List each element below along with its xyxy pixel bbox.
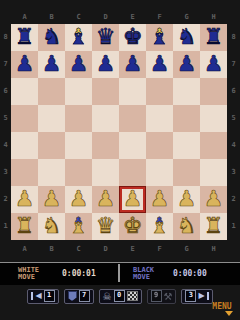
piece-white-pawn: ♟ [38, 186, 65, 213]
square-a7[interactable]: ♟ [11, 51, 38, 78]
hammer-count: 9 [151, 290, 162, 302]
piece-white-rook: ♜ [11, 213, 38, 240]
piece-black-pawn: ♟ [11, 51, 38, 78]
square-e4[interactable] [119, 132, 146, 159]
square-b1[interactable]: ♞ [38, 213, 65, 240]
piece-black-rook: ♜ [11, 24, 38, 51]
square-b6[interactable] [38, 78, 65, 105]
file-label: F [146, 13, 173, 21]
square-c7[interactable]: ♟ [65, 51, 92, 78]
square-b4[interactable] [38, 132, 65, 159]
piece-white-king: ♚ [119, 213, 146, 240]
rank-label: 4 [1, 132, 10, 159]
skip-forward-icon: ▶ [198, 291, 204, 301]
file-label: G [173, 13, 200, 21]
square-d8[interactable]: ♛ [92, 24, 119, 51]
hammer-button[interactable]: 9 ⚒ [147, 289, 177, 304]
square-d5[interactable] [92, 105, 119, 132]
menu-label: MENU [211, 302, 233, 311]
square-e8[interactable]: ♚ [119, 24, 146, 51]
square-h8[interactable]: ♜ [200, 24, 227, 51]
file-label: G [173, 245, 200, 253]
piece-white-pawn: ♟ [146, 186, 173, 213]
square-a1[interactable]: ♜ [11, 213, 38, 240]
square-g5[interactable] [173, 105, 200, 132]
file-label: E [119, 245, 146, 253]
piece-white-bishop: ♝ [146, 213, 173, 240]
square-g8[interactable]: ♞ [173, 24, 200, 51]
piece-white-queen: ♛ [92, 213, 119, 240]
square-f6[interactable] [146, 78, 173, 105]
square-a5[interactable] [11, 105, 38, 132]
square-f5[interactable] [146, 105, 173, 132]
black-clock: 0:00:00 [173, 269, 207, 278]
white-clock: 0:00:01 [62, 269, 96, 278]
square-h6[interactable] [200, 78, 227, 105]
square-f3[interactable] [146, 159, 173, 186]
file-label: E [119, 13, 146, 21]
skip-back-icon: ◀ [35, 291, 41, 301]
square-f2[interactable]: ♟ [146, 186, 173, 213]
square-b5[interactable] [38, 105, 65, 132]
skip-back-bar-icon [31, 292, 33, 300]
skull-icon: ☠ [103, 291, 112, 302]
square-f4[interactable] [146, 132, 173, 159]
checkered-flag-icon [127, 291, 138, 301]
square-c4[interactable] [65, 132, 92, 159]
rank-labels-left: 87654321 [1, 24, 10, 240]
square-c5[interactable] [65, 105, 92, 132]
square-g2[interactable]: ♟ [173, 186, 200, 213]
square-d2[interactable]: ♟ [92, 186, 119, 213]
square-a4[interactable] [11, 132, 38, 159]
piece-black-pawn: ♟ [38, 51, 65, 78]
rank-label: 8 [1, 24, 10, 51]
square-h1[interactable]: ♜ [200, 213, 227, 240]
square-f7[interactable]: ♟ [146, 51, 173, 78]
status-bar: WHITE MOVE 0:00:01 BLACK MOVE 0:00:00 [0, 262, 240, 285]
square-a3[interactable] [11, 159, 38, 186]
rank-label: 3 [1, 159, 10, 186]
menu-softkey[interactable]: MENU [211, 302, 233, 316]
piece-black-bishop: ♝ [146, 24, 173, 51]
piece-white-pawn: ♟ [119, 186, 146, 213]
rank-label: 6 [229, 78, 238, 105]
file-label: C [65, 13, 92, 21]
square-h3[interactable] [200, 159, 227, 186]
square-b7[interactable]: ♟ [38, 51, 65, 78]
hammer-icon: ⚒ [164, 291, 173, 302]
toolbar: ◀ 1 7 ☠ 0 9 ⚒ 3 ▶ [0, 288, 240, 304]
piece-black-rook: ♜ [200, 24, 227, 51]
rank-label: 8 [229, 24, 238, 51]
rank-label: 7 [1, 51, 10, 78]
piece-black-pawn: ♟ [92, 51, 119, 78]
rank-labels-right: 87654321 [229, 24, 238, 240]
skip-forward-button[interactable]: 3 ▶ [181, 289, 212, 304]
rank-label: 2 [1, 186, 10, 213]
square-e6[interactable] [119, 78, 146, 105]
file-labels-top: ABCDEFGH [11, 13, 227, 21]
file-label: B [38, 245, 65, 253]
file-label: A [11, 13, 38, 21]
square-c2[interactable]: ♟ [65, 186, 92, 213]
square-g1[interactable]: ♞ [173, 213, 200, 240]
square-e2[interactable]: ♟ [119, 186, 146, 213]
piece-white-knight: ♞ [38, 213, 65, 240]
rank-label: 7 [229, 51, 238, 78]
piece-black-pawn: ♟ [65, 51, 92, 78]
rank-label: 2 [229, 186, 238, 213]
file-label: B [38, 13, 65, 21]
piece-white-rook: ♜ [200, 213, 227, 240]
piece-black-pawn: ♟ [173, 51, 200, 78]
file-label: A [11, 245, 38, 253]
shield-button[interactable]: 7 [64, 289, 94, 304]
rank-label: 1 [1, 213, 10, 240]
square-b2[interactable]: ♟ [38, 186, 65, 213]
white-label-line2: MOVE [18, 274, 39, 281]
square-a6[interactable] [11, 78, 38, 105]
rank-label: 4 [229, 132, 238, 159]
file-label: D [92, 13, 119, 21]
square-c6[interactable] [65, 78, 92, 105]
square-h7[interactable]: ♟ [200, 51, 227, 78]
square-d3[interactable] [92, 159, 119, 186]
capture-flag-button[interactable]: ☠ 0 [99, 289, 142, 304]
piece-black-bishop: ♝ [65, 24, 92, 51]
square-c3[interactable] [65, 159, 92, 186]
piece-black-pawn: ♟ [200, 51, 227, 78]
rank-label: 1 [229, 213, 238, 240]
chess-board: ♜♞♝♛♚♝♞♜♟♟♟♟♟♟♟♟♟♟♟♟♟♟♟♟♜♞♝♛♚♝♞♜ [11, 24, 227, 240]
file-label: C [65, 245, 92, 253]
white-move-label: WHITE MOVE [18, 267, 39, 281]
square-f1[interactable]: ♝ [146, 213, 173, 240]
rank-label: 6 [1, 78, 10, 105]
square-e7[interactable]: ♟ [119, 51, 146, 78]
piece-black-king: ♚ [119, 24, 146, 51]
shield-icon [68, 291, 77, 301]
chess-app-screen: ABCDEFGH 87654321 ♜♞♝♛♚♝♞♜♟♟♟♟♟♟♟♟♟♟♟♟♟♟… [0, 0, 240, 320]
piece-white-pawn: ♟ [92, 186, 119, 213]
shield-count: 7 [79, 290, 90, 302]
piece-black-knight: ♞ [173, 24, 200, 51]
square-e1[interactable]: ♚ [119, 213, 146, 240]
file-labels-bottom: ABCDEFGH [11, 245, 227, 253]
square-g3[interactable] [173, 159, 200, 186]
square-b8[interactable]: ♞ [38, 24, 65, 51]
file-label: H [200, 13, 227, 21]
square-b3[interactable] [38, 159, 65, 186]
skip-forward-count: 3 [185, 290, 196, 302]
piece-black-pawn: ♟ [119, 51, 146, 78]
square-h2[interactable]: ♟ [200, 186, 227, 213]
square-a2[interactable]: ♟ [11, 186, 38, 213]
square-g7[interactable]: ♟ [173, 51, 200, 78]
clock-divider [118, 264, 120, 282]
piece-white-pawn: ♟ [200, 186, 227, 213]
black-move-label: BLACK MOVE [133, 267, 154, 281]
square-e5[interactable] [119, 105, 146, 132]
skip-forward-bar-icon [207, 292, 209, 300]
rank-label: 5 [1, 105, 10, 132]
piece-black-pawn: ♟ [146, 51, 173, 78]
file-label: H [200, 245, 227, 253]
skull-count: 0 [114, 290, 125, 302]
square-g6[interactable] [173, 78, 200, 105]
menu-arrow-icon [225, 311, 233, 316]
piece-black-knight: ♞ [38, 24, 65, 51]
square-d1[interactable]: ♛ [92, 213, 119, 240]
rank-label: 3 [229, 159, 238, 186]
piece-white-pawn: ♟ [173, 186, 200, 213]
piece-white-pawn: ♟ [65, 186, 92, 213]
square-d7[interactable]: ♟ [92, 51, 119, 78]
rank-label: 5 [229, 105, 238, 132]
square-c1[interactable]: ♝ [65, 213, 92, 240]
square-e3[interactable] [119, 159, 146, 186]
square-f8[interactable]: ♝ [146, 24, 173, 51]
square-g4[interactable] [173, 132, 200, 159]
piece-white-bishop: ♝ [65, 213, 92, 240]
piece-black-queen: ♛ [92, 24, 119, 51]
skip-back-count: 1 [44, 290, 55, 302]
square-d4[interactable] [92, 132, 119, 159]
square-d6[interactable] [92, 78, 119, 105]
square-h5[interactable] [200, 105, 227, 132]
piece-white-knight: ♞ [173, 213, 200, 240]
piece-white-pawn: ♟ [11, 186, 38, 213]
square-c8[interactable]: ♝ [65, 24, 92, 51]
file-label: D [92, 245, 119, 253]
square-a8[interactable]: ♜ [11, 24, 38, 51]
file-label: F [146, 245, 173, 253]
skip-back-button[interactable]: ◀ 1 [27, 289, 58, 304]
black-label-line2: MOVE [133, 274, 154, 281]
square-h4[interactable] [200, 132, 227, 159]
